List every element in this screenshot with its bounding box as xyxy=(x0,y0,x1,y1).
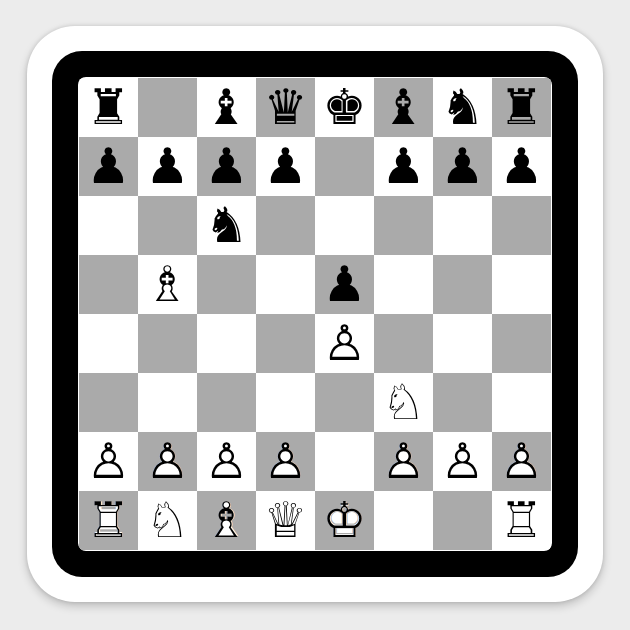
black-king-piece: ♚ xyxy=(315,78,374,137)
square-h4[interactable] xyxy=(492,314,551,373)
chess-board: ♜♝♛♚♝♞♜♟♟♟♟♟♟♟♞♝♗♟♟♙♞♘♟♙♟♙♟♙♟♙♟♙♟♙♟♙♜♖♞♘… xyxy=(79,78,551,550)
page-background: { "game": "chess", "position": { "fen": … xyxy=(0,0,630,630)
square-c5[interactable] xyxy=(197,255,256,314)
board-frame: ♜♝♛♚♝♞♜♟♟♟♟♟♟♟♞♝♗♟♟♙♞♘♟♙♟♙♟♙♟♙♟♙♟♙♟♙♜♖♞♘… xyxy=(52,51,578,577)
square-e1[interactable]: ♚♔ xyxy=(315,491,374,550)
square-b2[interactable]: ♟♙ xyxy=(138,432,197,491)
square-h7[interactable]: ♟ xyxy=(492,137,551,196)
square-f6[interactable] xyxy=(374,196,433,255)
white-pawn-piece: ♟♙ xyxy=(315,314,374,373)
square-f2[interactable]: ♟♙ xyxy=(374,432,433,491)
square-a1[interactable]: ♜♖ xyxy=(79,491,138,550)
black-pawn-piece: ♟ xyxy=(433,137,492,196)
square-d3[interactable] xyxy=(256,373,315,432)
white-queen-piece: ♛♕ xyxy=(256,491,315,550)
square-b4[interactable] xyxy=(138,314,197,373)
square-b6[interactable] xyxy=(138,196,197,255)
square-f1[interactable] xyxy=(374,491,433,550)
square-h3[interactable] xyxy=(492,373,551,432)
square-h6[interactable] xyxy=(492,196,551,255)
square-b7[interactable]: ♟ xyxy=(138,137,197,196)
square-d5[interactable] xyxy=(256,255,315,314)
square-a7[interactable]: ♟ xyxy=(79,137,138,196)
black-rook-piece: ♜ xyxy=(492,78,551,137)
square-b1[interactable]: ♞♘ xyxy=(138,491,197,550)
square-h5[interactable] xyxy=(492,255,551,314)
square-d7[interactable]: ♟ xyxy=(256,137,315,196)
square-b5[interactable]: ♝♗ xyxy=(138,255,197,314)
white-knight-piece: ♞♘ xyxy=(374,373,433,432)
white-piece-outline: ♙ xyxy=(492,432,551,491)
square-e5[interactable]: ♟ xyxy=(315,255,374,314)
square-a4[interactable] xyxy=(79,314,138,373)
white-piece-outline: ♙ xyxy=(197,432,256,491)
white-piece-outline: ♗ xyxy=(197,491,256,550)
sticker-background: ♜♝♛♚♝♞♜♟♟♟♟♟♟♟♞♝♗♟♟♙♞♘♟♙♟♙♟♙♟♙♟♙♟♙♟♙♜♖♞♘… xyxy=(27,26,603,602)
square-c3[interactable] xyxy=(197,373,256,432)
white-piece-outline: ♙ xyxy=(79,432,138,491)
white-pawn-piece: ♟♙ xyxy=(79,432,138,491)
white-piece-outline: ♙ xyxy=(374,432,433,491)
square-f8[interactable]: ♝ xyxy=(374,78,433,137)
square-e4[interactable]: ♟♙ xyxy=(315,314,374,373)
white-piece-outline: ♖ xyxy=(492,491,551,550)
square-c1[interactable]: ♝♗ xyxy=(197,491,256,550)
square-g3[interactable] xyxy=(433,373,492,432)
white-piece-outline: ♘ xyxy=(138,491,197,550)
white-piece-outline: ♔ xyxy=(315,491,374,550)
square-g7[interactable]: ♟ xyxy=(433,137,492,196)
square-d8[interactable]: ♛ xyxy=(256,78,315,137)
white-piece-outline: ♘ xyxy=(374,373,433,432)
white-piece-outline: ♙ xyxy=(256,432,315,491)
white-rook-piece: ♜♖ xyxy=(492,491,551,550)
square-f5[interactable] xyxy=(374,255,433,314)
square-h1[interactable]: ♜♖ xyxy=(492,491,551,550)
black-bishop-piece: ♝ xyxy=(374,78,433,137)
white-piece-outline: ♙ xyxy=(315,314,374,373)
white-pawn-piece: ♟♙ xyxy=(374,432,433,491)
black-knight-piece: ♞ xyxy=(197,196,256,255)
white-bishop-piece: ♝♗ xyxy=(138,255,197,314)
square-f4[interactable] xyxy=(374,314,433,373)
square-d4[interactable] xyxy=(256,314,315,373)
square-b8[interactable] xyxy=(138,78,197,137)
square-e8[interactable]: ♚ xyxy=(315,78,374,137)
square-c6[interactable]: ♞ xyxy=(197,196,256,255)
square-c8[interactable]: ♝ xyxy=(197,78,256,137)
square-a2[interactable]: ♟♙ xyxy=(79,432,138,491)
white-king-piece: ♚♔ xyxy=(315,491,374,550)
black-pawn-piece: ♟ xyxy=(79,137,138,196)
black-bishop-piece: ♝ xyxy=(197,78,256,137)
square-h2[interactable]: ♟♙ xyxy=(492,432,551,491)
white-pawn-piece: ♟♙ xyxy=(433,432,492,491)
white-piece-outline: ♕ xyxy=(256,491,315,550)
square-a5[interactable] xyxy=(79,255,138,314)
board-panel: ♜♝♛♚♝♞♜♟♟♟♟♟♟♟♞♝♗♟♟♙♞♘♟♙♟♙♟♙♟♙♟♙♟♙♟♙♜♖♞♘… xyxy=(78,77,552,551)
white-bishop-piece: ♝♗ xyxy=(197,491,256,550)
white-rook-piece: ♜♖ xyxy=(79,491,138,550)
white-knight-piece: ♞♘ xyxy=(138,491,197,550)
black-pawn-piece: ♟ xyxy=(492,137,551,196)
square-e2[interactable] xyxy=(315,432,374,491)
square-d6[interactable] xyxy=(256,196,315,255)
square-g6[interactable] xyxy=(433,196,492,255)
black-pawn-piece: ♟ xyxy=(374,137,433,196)
black-knight-piece: ♞ xyxy=(433,78,492,137)
square-e7[interactable] xyxy=(315,137,374,196)
square-f7[interactable]: ♟ xyxy=(374,137,433,196)
square-a6[interactable] xyxy=(79,196,138,255)
square-e3[interactable] xyxy=(315,373,374,432)
square-c7[interactable]: ♟ xyxy=(197,137,256,196)
black-pawn-piece: ♟ xyxy=(315,255,374,314)
square-g4[interactable] xyxy=(433,314,492,373)
square-c4[interactable] xyxy=(197,314,256,373)
square-g5[interactable] xyxy=(433,255,492,314)
square-d1[interactable]: ♛♕ xyxy=(256,491,315,550)
white-piece-outline: ♖ xyxy=(79,491,138,550)
square-b3[interactable] xyxy=(138,373,197,432)
square-g2[interactable]: ♟♙ xyxy=(433,432,492,491)
black-rook-piece: ♜ xyxy=(79,78,138,137)
square-g1[interactable] xyxy=(433,491,492,550)
black-pawn-piece: ♟ xyxy=(256,137,315,196)
square-h8[interactable]: ♜ xyxy=(492,78,551,137)
white-piece-outline: ♗ xyxy=(138,255,197,314)
square-d2[interactable]: ♟♙ xyxy=(256,432,315,491)
black-queen-piece: ♛ xyxy=(256,78,315,137)
square-a3[interactable] xyxy=(79,373,138,432)
black-pawn-piece: ♟ xyxy=(138,137,197,196)
square-a8[interactable]: ♜ xyxy=(79,78,138,137)
white-piece-outline: ♙ xyxy=(138,432,197,491)
white-pawn-piece: ♟♙ xyxy=(256,432,315,491)
white-pawn-piece: ♟♙ xyxy=(138,432,197,491)
black-pawn-piece: ♟ xyxy=(197,137,256,196)
square-c2[interactable]: ♟♙ xyxy=(197,432,256,491)
square-e6[interactable] xyxy=(315,196,374,255)
white-pawn-piece: ♟♙ xyxy=(197,432,256,491)
white-piece-outline: ♙ xyxy=(433,432,492,491)
white-pawn-piece: ♟♙ xyxy=(492,432,551,491)
square-f3[interactable]: ♞♘ xyxy=(374,373,433,432)
square-g8[interactable]: ♞ xyxy=(433,78,492,137)
